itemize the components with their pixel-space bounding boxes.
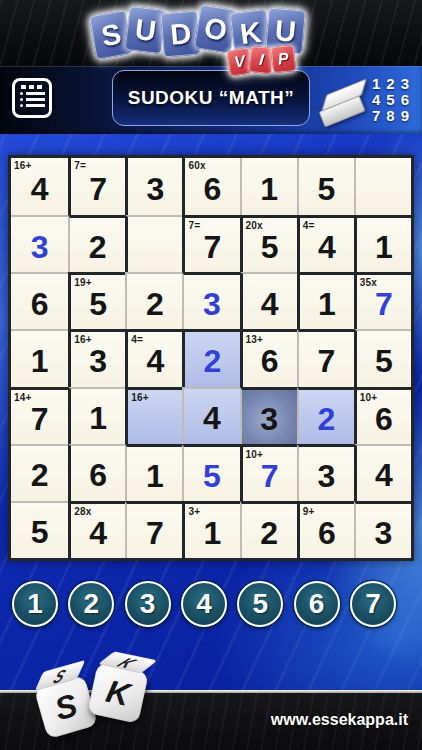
cell-value-user: 3 [31,231,49,263]
cell-value-given: 5 [375,345,393,377]
cage-label: 16+ [131,392,149,403]
grid-cell-r1c4[interactable]: 20x5 [240,215,297,272]
grid-cell-r3c0[interactable]: 1 [11,329,68,386]
grid-cell-r2c0[interactable]: 6 [11,272,68,329]
grid-cell-r6c2[interactable]: 7 [125,501,182,558]
cell-value-given: 4 [375,459,393,491]
cage-label: 14+ [14,392,32,403]
cage-label: 7= [188,220,200,231]
cell-value-given: 4 [203,402,221,434]
grid-cell-r2c4[interactable]: 4 [240,272,297,329]
grid-cell-r5c3[interactable]: 5 [182,444,239,501]
cell-value-given: 3 [89,345,107,377]
grid-cell-r2c1[interactable]: 19+5 [68,272,125,329]
cell-value-given: 4 [318,231,336,263]
grid-cell-r5c2[interactable]: 1 [125,444,182,501]
number-button-1[interactable]: 1 [12,581,58,627]
cell-value-given: 3 [317,460,335,492]
cell-value-given: 1 [375,231,393,263]
cell-value-given: 5 [261,231,279,263]
cell-value-given: 6 [375,403,393,435]
cage-label: 20x [246,220,263,231]
sudoku-vip-app: SUDOKU VIP SUDOKU “MATH” 123 456 789 16+… [0,0,422,750]
die-k-front-letter: K [103,673,133,714]
cell-value-given: 1 [146,460,164,492]
cage-label: 28x [74,506,91,517]
cell-value-user: 5 [203,460,221,492]
cell-value-given: 6 [31,288,49,320]
cell-value-given: 3 [260,403,278,435]
grid-cell-r1c5[interactable]: 4=4 [297,215,354,272]
grid-cell-r3c3[interactable]: 2 [182,329,239,386]
grid-cell-r1c2[interactable] [125,215,182,272]
cell-value-user: 3 [203,288,221,320]
cell-value-given: 1 [89,402,107,434]
grid-cell-r4c0[interactable]: 14+7 [11,387,68,444]
grid-cell-r6c3[interactable]: 3+1 [182,501,239,558]
grid-cell-r6c1[interactable]: 28x4 [68,501,125,558]
number-button-4[interactable]: 4 [181,581,227,627]
logo-letter-tile-1: U [125,6,167,54]
number-button-5[interactable]: 5 [237,581,283,627]
grid-cell-r0c3[interactable]: 60x6 [182,158,239,215]
cage-label: 16+ [14,160,32,171]
cage-label: 9+ [303,506,315,517]
cage-label: 7= [74,160,86,171]
cell-value-given: 1 [318,288,336,320]
grid-cell-r4c6[interactable]: 10+6 [354,387,411,444]
grid-cell-r0c5[interactable]: 5 [297,158,354,215]
cage-label: 35x [360,277,377,288]
cage-label: 10+ [246,449,264,460]
eraser-icon[interactable] [314,79,379,132]
cell-value-given: 1 [31,345,49,377]
number-buttons-row: 1234567 [12,581,396,627]
die-k: K K [87,662,149,724]
sudoku-vip-logo: SUDOKU VIP [86,7,336,79]
grid-cell-r0c4[interactable]: 1 [240,158,297,215]
cell-value-given: 2 [146,288,164,320]
logo-vip-tile-2: P [271,45,297,73]
cell-value-given: 7 [31,403,49,435]
cell-value-given: 4 [31,173,49,205]
cell-value-given: 5 [89,288,107,320]
cage-label: 60x [188,160,205,171]
grid-cell-r1c0[interactable]: 3 [11,215,68,272]
cell-value-given: 7 [317,345,335,377]
cage-label: 4= [303,220,315,231]
grid-cell-r3c6[interactable]: 5 [354,329,411,386]
grid-cell-r6c0[interactable]: 5 [11,501,68,558]
grid-cell-r4c4[interactable]: 3 [240,387,297,444]
grid-cell-r6c6[interactable]: 3 [354,501,411,558]
logo-vip-badge: VIP [228,47,294,73]
cell-value-given: 5 [317,173,335,205]
grid-cell-r1c6[interactable]: 1 [354,215,411,272]
grid-cell-r4c2[interactable]: 16+ [125,387,182,444]
cell-value-given: 2 [89,231,107,263]
grid-cell-r1c1[interactable]: 2 [68,215,125,272]
grid-cell-r5c0[interactable]: 2 [11,444,68,501]
cell-value-given: 6 [204,173,222,205]
grid-cell-r4c3[interactable]: 4 [182,387,239,444]
grid-cell-r0c2[interactable]: 3 [125,158,182,215]
die-s-top-letter: S [35,660,86,691]
cage-label: 3+ [188,506,200,517]
die-k-top-letter: K [98,651,157,673]
grid-cell-r3c5[interactable]: 7 [297,329,354,386]
grid-cell-r2c5[interactable]: 1 [297,272,354,329]
board-grid: 16+47=7360x615327=720x54=41619+5234135x7… [8,155,414,561]
cell-value-user: 2 [317,403,335,435]
grid-cell-r4c5[interactable]: 2 [297,387,354,444]
cage-label: 4= [131,334,143,345]
grid-cell-r4c1[interactable]: 1 [68,387,125,444]
cell-value-given: 5 [31,516,49,548]
cell-value-user: 7 [261,460,279,492]
grid-cell-r6c4[interactable]: 2 [240,501,297,558]
number-button-3[interactable]: 3 [125,581,171,627]
grid-cell-r5c1[interactable]: 6 [68,444,125,501]
cell-value-given: 7 [146,517,164,549]
cage-label: 13+ [246,334,264,345]
cell-value-given: 6 [318,517,336,549]
grid-cell-r0c6[interactable] [354,158,411,215]
grid-cell-r2c6[interactable]: 35x7 [354,272,411,329]
grid-cell-r0c1[interactable]: 7=7 [68,158,125,215]
cage-label: 19+ [74,277,92,288]
cell-value-user: 7 [375,288,393,320]
number-button-2[interactable]: 2 [68,581,114,627]
cell-value-given: 1 [204,517,222,549]
sk-dice-logo: S S K K [30,655,170,750]
logo-letter-tile-2: D [160,10,201,57]
grid-cell-r5c4[interactable]: 10+7 [240,444,297,501]
cell-value-given: 7 [89,173,107,205]
cell-value-given: 2 [31,459,49,491]
digits-hint-icon[interactable]: 123 456 789 [372,76,415,124]
grid-cell-r3c4[interactable]: 13+6 [240,329,297,386]
cell-value-given: 2 [260,517,278,549]
grid-cell-r6c5[interactable]: 9+6 [297,501,354,558]
grid-cell-r2c3[interactable]: 3 [182,272,239,329]
cell-value-given: 6 [89,459,107,491]
cell-value-given: 6 [261,345,279,377]
cage-label: 10+ [360,392,378,403]
grid-cell-r2c2[interactable]: 2 [125,272,182,329]
cell-value-given: 7 [204,231,222,263]
cell-value-given: 3 [375,517,393,549]
grid-cell-r5c6[interactable]: 4 [354,444,411,501]
cell-value-given: 4 [146,345,164,377]
cell-value-user: 2 [204,345,222,377]
grid-cell-r0c0[interactable]: 16+4 [11,158,68,215]
number-button-7[interactable]: 7 [350,581,396,627]
grid-cell-r5c5[interactable]: 3 [297,444,354,501]
number-button-6[interactable]: 6 [294,581,340,627]
grid-cell-r3c1[interactable]: 16+3 [68,329,125,386]
cell-value-given: 4 [261,288,279,320]
grid-cell-r1c3[interactable]: 7=7 [182,215,239,272]
title-text: SUDOKU “MATH” [128,87,295,109]
cell-value-given: 4 [89,517,107,549]
notepad-menu-icon[interactable] [12,78,52,118]
die-s-front-letter: S [51,686,82,727]
grid-cell-r3c2[interactable]: 4=4 [125,329,182,386]
cell-value-given: 1 [260,173,278,205]
website-link[interactable]: www.essekappa.it [271,711,408,729]
cage-label: 16+ [74,334,92,345]
cell-value-given: 3 [146,173,164,205]
